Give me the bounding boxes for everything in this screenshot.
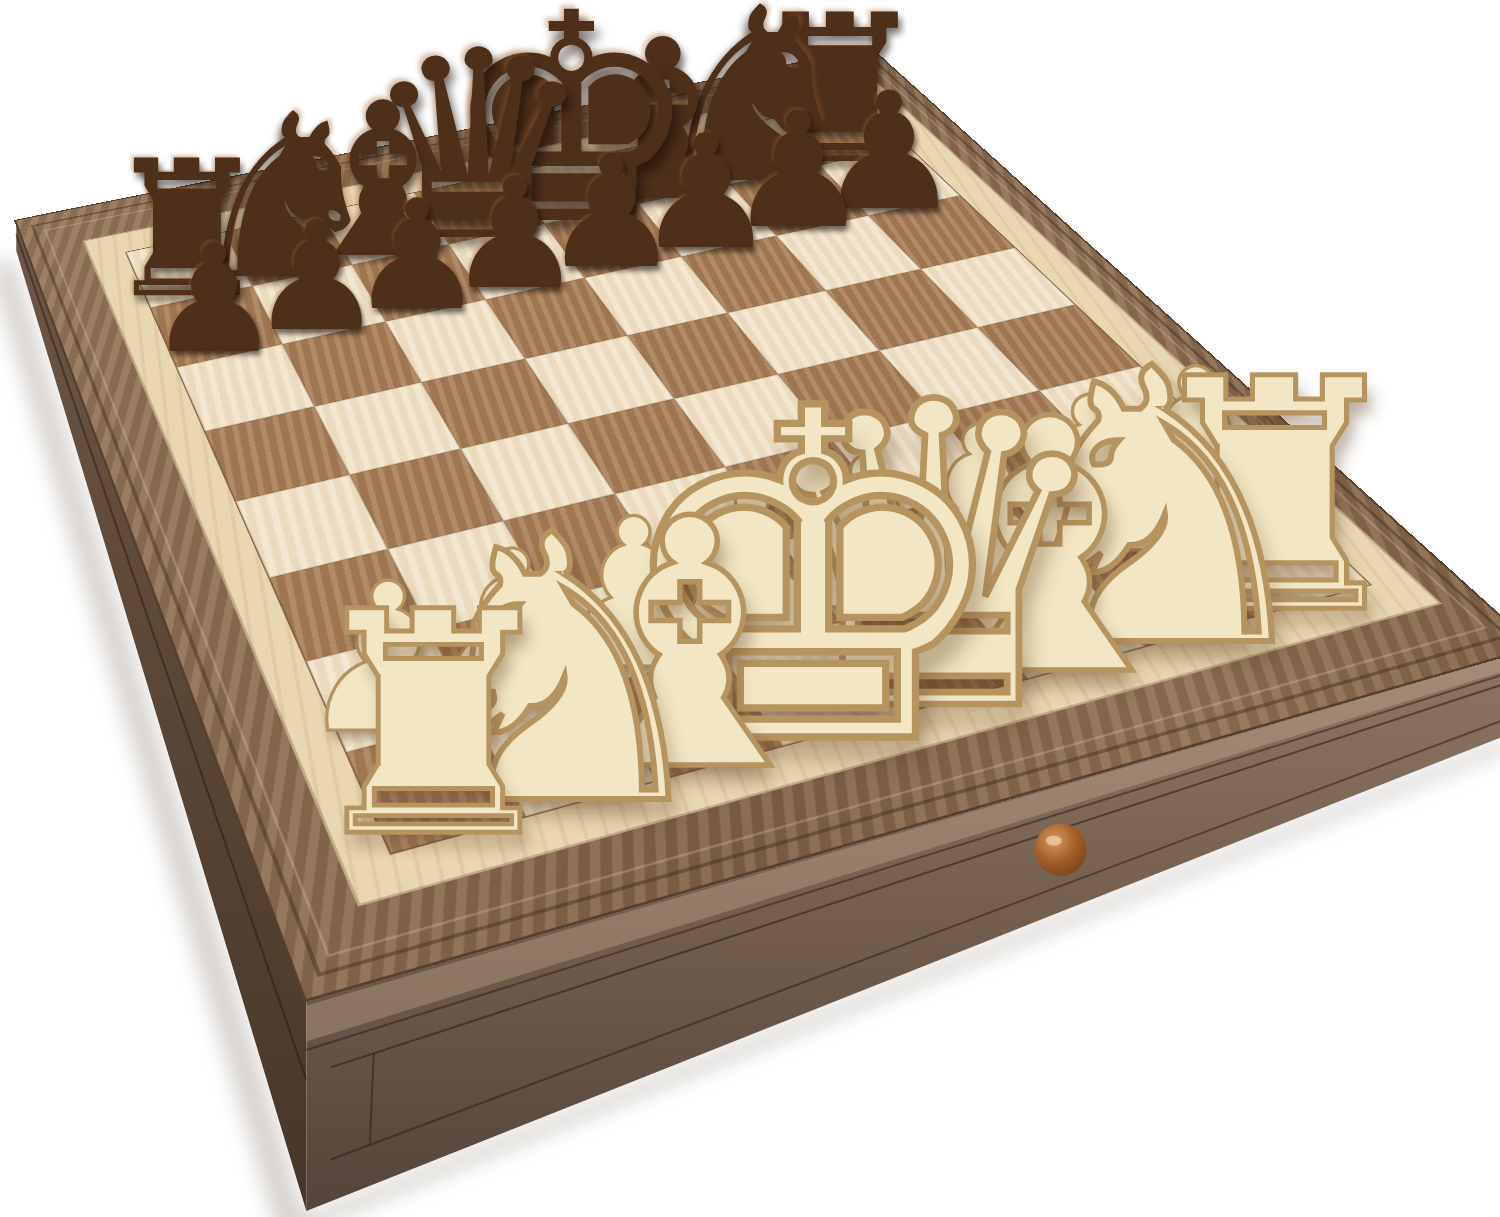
piece-dark-pawn[interactable]: ♟: [139, 225, 289, 375]
chess-set-photo: ♜♞♝♛♚♝♞♜♟♟♟♟♟♟♟♟♟♟♟♟♟♟♟♟♜♞♝♚♛♝♞♜: [0, 0, 1500, 1217]
piece-light-rook[interactable]: ♜: [280, 572, 587, 879]
light-rook-icon: ♜: [296, 572, 572, 879]
dark-pawn-icon: ♟: [147, 225, 281, 375]
pieces-layer: ♜♞♝♛♚♝♞♜♟♟♟♟♟♟♟♟♟♟♟♟♟♟♟♟♜♞♝♚♛♝♞♜: [0, 0, 1500, 1217]
